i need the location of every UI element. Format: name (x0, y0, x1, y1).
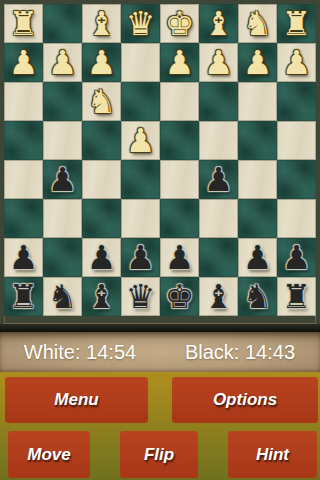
square-e1[interactable]: ♚ (160, 4, 199, 43)
square-g2[interactable]: ♟ (238, 43, 277, 82)
button-row-2: Move Flip Hint (8, 431, 320, 478)
board-bottom-edge (0, 324, 320, 332)
square-a8[interactable]: ♜ (4, 277, 43, 316)
piece-black-pawn[interactable]: ♟ (9, 238, 39, 277)
square-c3[interactable]: ♞ (82, 82, 121, 121)
square-b4[interactable] (43, 121, 82, 160)
piece-white-knight[interactable]: ♞ (243, 4, 273, 43)
piece-white-pawn[interactable]: ♟ (282, 43, 312, 82)
piece-black-pawn[interactable]: ♟ (165, 238, 195, 277)
piece-white-rook[interactable]: ♜ (282, 4, 312, 43)
piece-black-pawn[interactable]: ♟ (204, 160, 234, 199)
menu-button[interactable]: Menu (5, 377, 148, 423)
square-g4[interactable] (238, 121, 277, 160)
piece-black-knight[interactable]: ♞ (48, 277, 78, 316)
square-b6[interactable] (43, 199, 82, 238)
square-b8[interactable]: ♞ (43, 277, 82, 316)
square-d3[interactable] (121, 82, 160, 121)
square-c5[interactable] (82, 160, 121, 199)
square-a4[interactable] (4, 121, 43, 160)
piece-black-pawn[interactable]: ♟ (126, 238, 156, 277)
square-e3[interactable] (160, 82, 199, 121)
piece-white-bishop[interactable]: ♝ (204, 4, 234, 43)
piece-white-bishop[interactable]: ♝ (87, 4, 117, 43)
square-h2[interactable]: ♟ (277, 43, 316, 82)
square-b2[interactable]: ♟ (43, 43, 82, 82)
piece-white-knight[interactable]: ♞ (87, 82, 117, 121)
square-c7[interactable]: ♟ (82, 238, 121, 277)
square-a7[interactable]: ♟ (4, 238, 43, 277)
white-clock: White: 14:54 (0, 341, 160, 364)
move-button[interactable]: Move (8, 431, 90, 478)
square-h4[interactable] (277, 121, 316, 160)
piece-black-king[interactable]: ♚ (165, 277, 195, 316)
square-f1[interactable]: ♝ (199, 4, 238, 43)
square-a2[interactable]: ♟ (4, 43, 43, 82)
square-b5[interactable]: ♟ (43, 160, 82, 199)
square-e2[interactable]: ♟ (160, 43, 199, 82)
piece-black-pawn[interactable]: ♟ (243, 238, 273, 277)
piece-black-knight[interactable]: ♞ (243, 277, 273, 316)
square-h7[interactable]: ♟ (277, 238, 316, 277)
square-c4[interactable] (82, 121, 121, 160)
button-row-1: Menu Options (5, 377, 320, 423)
square-a1[interactable]: ♜ (4, 4, 43, 43)
piece-white-pawn[interactable]: ♟ (165, 43, 195, 82)
square-c1[interactable]: ♝ (82, 4, 121, 43)
square-f4[interactable] (199, 121, 238, 160)
square-e4[interactable] (160, 121, 199, 160)
chess-board: ♜♝♛♚♝♞♜♟♟♟♟♟♟♟♞♟♟♟♟♟♟♟♟♟♜♞♝♛♚♝♞♜ (4, 4, 316, 316)
piece-white-pawn[interactable]: ♟ (243, 43, 273, 82)
square-e8[interactable]: ♚ (160, 277, 199, 316)
square-g8[interactable]: ♞ (238, 277, 277, 316)
square-d5[interactable] (121, 160, 160, 199)
square-h1[interactable]: ♜ (277, 4, 316, 43)
flip-button[interactable]: Flip (120, 431, 198, 478)
button-area: Menu Options Move Flip Hint (0, 377, 320, 478)
piece-white-pawn[interactable]: ♟ (126, 121, 156, 160)
square-c2[interactable]: ♟ (82, 43, 121, 82)
piece-white-queen[interactable]: ♛ (126, 4, 156, 43)
black-clock: Black: 14:43 (160, 341, 320, 364)
piece-black-bishop[interactable]: ♝ (87, 277, 117, 316)
piece-black-pawn[interactable]: ♟ (48, 160, 78, 199)
square-d8[interactable]: ♛ (121, 277, 160, 316)
piece-white-pawn[interactable]: ♟ (87, 43, 117, 82)
square-a3[interactable] (4, 82, 43, 121)
square-f3[interactable] (199, 82, 238, 121)
square-c8[interactable]: ♝ (82, 277, 121, 316)
square-d2[interactable] (121, 43, 160, 82)
piece-white-pawn[interactable]: ♟ (204, 43, 234, 82)
square-d6[interactable] (121, 199, 160, 238)
piece-white-pawn[interactable]: ♟ (9, 43, 39, 82)
hint-button[interactable]: Hint (228, 431, 317, 478)
square-g7[interactable]: ♟ (238, 238, 277, 277)
piece-white-rook[interactable]: ♜ (9, 4, 39, 43)
square-b3[interactable] (43, 82, 82, 121)
piece-black-bishop[interactable]: ♝ (204, 277, 234, 316)
square-g6[interactable] (238, 199, 277, 238)
square-e7[interactable]: ♟ (160, 238, 199, 277)
options-button[interactable]: Options (172, 377, 318, 423)
square-g1[interactable]: ♞ (238, 4, 277, 43)
piece-white-pawn[interactable]: ♟ (48, 43, 78, 82)
square-a5[interactable] (4, 160, 43, 199)
square-e5[interactable] (160, 160, 199, 199)
square-g5[interactable] (238, 160, 277, 199)
square-b1[interactable] (43, 4, 82, 43)
square-h8[interactable]: ♜ (277, 277, 316, 316)
piece-white-king[interactable]: ♚ (165, 4, 195, 43)
square-h6[interactable] (277, 199, 316, 238)
square-d1[interactable]: ♛ (121, 4, 160, 43)
square-c6[interactable] (82, 199, 121, 238)
square-f2[interactable]: ♟ (199, 43, 238, 82)
square-h5[interactable] (277, 160, 316, 199)
square-f6[interactable] (199, 199, 238, 238)
square-f8[interactable]: ♝ (199, 277, 238, 316)
piece-black-pawn[interactable]: ♟ (87, 238, 117, 277)
square-d7[interactable]: ♟ (121, 238, 160, 277)
square-a6[interactable] (4, 199, 43, 238)
square-e6[interactable] (160, 199, 199, 238)
piece-black-queen[interactable]: ♛ (126, 277, 156, 316)
square-b7[interactable] (43, 238, 82, 277)
square-f5[interactable]: ♟ (199, 160, 238, 199)
piece-black-pawn[interactable]: ♟ (282, 238, 312, 277)
square-g3[interactable] (238, 82, 277, 121)
piece-black-rook[interactable]: ♜ (9, 277, 39, 316)
square-f7[interactable] (199, 238, 238, 277)
square-d4[interactable]: ♟ (121, 121, 160, 160)
square-h3[interactable] (277, 82, 316, 121)
chess-board-frame: ♜♝♛♚♝♞♜♟♟♟♟♟♟♟♞♟♟♟♟♟♟♟♟♟♜♞♝♛♚♝♞♜ (0, 0, 320, 324)
clock-bar: White: 14:54 Black: 14:43 (0, 332, 320, 372)
piece-black-rook[interactable]: ♜ (282, 277, 312, 316)
